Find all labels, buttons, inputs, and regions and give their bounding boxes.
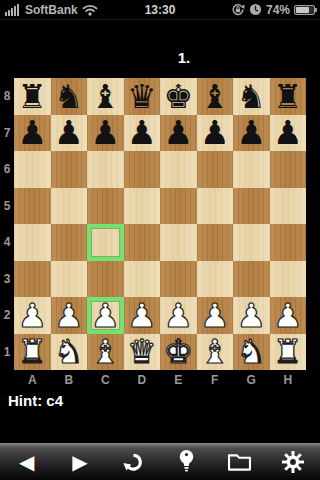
rank-labels: 87654321 — [0, 78, 14, 370]
settings-button[interactable] — [273, 446, 313, 478]
move-number: 1. — [0, 49, 320, 66]
rank-label-5: 5 — [0, 188, 14, 225]
alarm-clock-icon — [249, 3, 262, 16]
black-bishop[interactable]: ♝ — [90, 80, 120, 113]
white-pawn[interactable]: ♟ — [54, 299, 84, 332]
square-a4[interactable] — [14, 224, 51, 261]
white-knight[interactable]: ♞ — [54, 335, 84, 368]
white-pawn[interactable]: ♟ — [90, 299, 120, 332]
file-label-g: G — [233, 371, 270, 388]
square-a5[interactable] — [14, 188, 51, 225]
square-g2[interactable]: ♟ — [233, 297, 270, 334]
black-pawn[interactable]: ♟ — [273, 116, 303, 149]
square-a1[interactable]: ♜ — [14, 334, 51, 371]
square-f3[interactable] — [197, 261, 234, 298]
white-bishop[interactable]: ♝ — [90, 335, 120, 368]
square-e5[interactable] — [160, 188, 197, 225]
next-move-button[interactable]: ▶ — [60, 446, 100, 478]
status-left: SoftBank — [5, 3, 145, 17]
status-bar: SoftBank 13:30 — [0, 0, 320, 20]
next-move-icon: ▶ — [72, 452, 87, 472]
file-label-c: C — [87, 371, 124, 388]
square-d4[interactable] — [124, 224, 161, 261]
rank-label-4: 4 — [0, 224, 14, 261]
square-b5[interactable] — [51, 188, 88, 225]
black-rook[interactable]: ♜ — [273, 80, 303, 113]
square-d6[interactable] — [124, 151, 161, 188]
black-king[interactable]: ♚ — [163, 80, 193, 113]
square-a3[interactable] — [14, 261, 51, 298]
white-pawn[interactable]: ♟ — [17, 299, 47, 332]
black-knight[interactable]: ♞ — [236, 80, 266, 113]
file-label-f: F — [197, 371, 234, 388]
square-c4[interactable] — [87, 224, 124, 261]
black-knight[interactable]: ♞ — [54, 80, 84, 113]
square-b1[interactable]: ♞ — [51, 334, 88, 371]
status-right: 74% — [175, 3, 315, 17]
square-g4[interactable] — [233, 224, 270, 261]
previous-move-button[interactable]: ◀ — [7, 446, 47, 478]
black-pawn[interactable]: ♟ — [200, 116, 230, 149]
black-pawn[interactable]: ♟ — [127, 116, 157, 149]
white-queen[interactable]: ♛ — [127, 335, 157, 368]
square-b8[interactable]: ♞ — [51, 78, 88, 115]
white-rook[interactable]: ♜ — [273, 335, 303, 368]
square-d7[interactable]: ♟ — [124, 115, 161, 152]
rank-label-3: 3 — [0, 261, 14, 298]
carrier-label: SoftBank — [25, 3, 78, 17]
square-g8[interactable]: ♞ — [233, 78, 270, 115]
black-pawn[interactable]: ♟ — [90, 116, 120, 149]
square-c1[interactable]: ♝ — [87, 334, 124, 371]
square-c5[interactable] — [87, 188, 124, 225]
square-f1[interactable]: ♝ — [197, 334, 234, 371]
square-h3[interactable] — [270, 261, 307, 298]
square-h8[interactable]: ♜ — [270, 78, 307, 115]
square-b3[interactable] — [51, 261, 88, 298]
square-b4[interactable] — [51, 224, 88, 261]
square-e4[interactable] — [160, 224, 197, 261]
clock-time: 13:30 — [145, 3, 176, 17]
square-b7[interactable]: ♟ — [51, 115, 88, 152]
rank-label-6: 6 — [0, 151, 14, 188]
square-c3[interactable] — [87, 261, 124, 298]
white-king[interactable]: ♚ — [163, 335, 193, 368]
white-rook[interactable]: ♜ — [17, 335, 47, 368]
hint-button[interactable] — [167, 446, 207, 478]
file-label-b: B — [51, 371, 88, 388]
square-f5[interactable] — [197, 188, 234, 225]
square-g7[interactable]: ♟ — [233, 115, 270, 152]
square-a6[interactable] — [14, 151, 51, 188]
square-a8[interactable]: ♜ — [14, 78, 51, 115]
black-pawn[interactable]: ♟ — [54, 116, 84, 149]
rank-label-7: 7 — [0, 115, 14, 152]
signal-strength-icon — [5, 4, 19, 16]
square-c8[interactable]: ♝ — [87, 78, 124, 115]
square-g5[interactable] — [233, 188, 270, 225]
white-knight[interactable]: ♞ — [236, 335, 266, 368]
white-pawn[interactable]: ♟ — [200, 299, 230, 332]
square-h6[interactable] — [270, 151, 307, 188]
rank-label-8: 8 — [0, 78, 14, 115]
square-c2[interactable]: ♟ — [87, 297, 124, 334]
rank-label-1: 1 — [0, 334, 14, 371]
app-screen: SoftBank 13:30 — [0, 0, 320, 480]
black-pawn[interactable]: ♟ — [163, 116, 193, 149]
black-pawn[interactable]: ♟ — [236, 116, 266, 149]
white-pawn[interactable]: ♟ — [127, 299, 157, 332]
hint-label: Hint: c4 — [8, 392, 63, 409]
square-b6[interactable] — [51, 151, 88, 188]
square-e6[interactable] — [160, 151, 197, 188]
white-pawn[interactable]: ♟ — [273, 299, 303, 332]
white-bishop[interactable]: ♝ — [200, 335, 230, 368]
square-d8[interactable]: ♛ — [124, 78, 161, 115]
chess-board[interactable]: ♜♞♝♛♚♝♞♜♟♟♟♟♟♟♟♟♟♟♟♟♟♟♟♟♜♞♝♛♚♝♞♜ — [14, 78, 306, 370]
square-g6[interactable] — [233, 151, 270, 188]
square-a7[interactable]: ♟ — [14, 115, 51, 152]
previous-move-icon: ◀ — [19, 452, 34, 472]
light-bulb-icon — [178, 449, 195, 474]
file-labels: ABCDEFGH — [14, 371, 306, 388]
square-d2[interactable]: ♟ — [124, 297, 161, 334]
square-h2[interactable]: ♟ — [270, 297, 307, 334]
square-e3[interactable] — [160, 261, 197, 298]
file-label-e: E — [160, 371, 197, 388]
bottom-toolbar: ◀ ▶ — [0, 442, 320, 480]
square-f7[interactable]: ♟ — [197, 115, 234, 152]
folder-icon — [227, 452, 252, 472]
square-h5[interactable] — [270, 188, 307, 225]
square-e8[interactable]: ♚ — [160, 78, 197, 115]
square-h7[interactable]: ♟ — [270, 115, 307, 152]
white-pawn[interactable]: ♟ — [236, 299, 266, 332]
square-e7[interactable]: ♟ — [160, 115, 197, 152]
white-pawn[interactable]: ♟ — [163, 299, 193, 332]
square-h1[interactable]: ♜ — [270, 334, 307, 371]
games-folder-button[interactable] — [220, 446, 260, 478]
square-b2[interactable]: ♟ — [51, 297, 88, 334]
wifi-icon — [82, 4, 98, 16]
black-pawn[interactable]: ♟ — [17, 116, 47, 149]
battery-percent-label: 74% — [266, 3, 290, 17]
square-h4[interactable] — [270, 224, 307, 261]
square-f8[interactable]: ♝ — [197, 78, 234, 115]
rank-label-2: 2 — [0, 297, 14, 334]
square-d3[interactable] — [124, 261, 161, 298]
file-label-h: H — [270, 371, 307, 388]
battery-icon — [294, 5, 315, 15]
square-c7[interactable]: ♟ — [87, 115, 124, 152]
square-d1[interactable]: ♛ — [124, 334, 161, 371]
square-f2[interactable]: ♟ — [197, 297, 234, 334]
replay-button[interactable] — [113, 446, 153, 478]
black-rook[interactable]: ♜ — [17, 80, 47, 113]
rotation-lock-icon — [231, 3, 245, 16]
black-bishop[interactable]: ♝ — [200, 80, 230, 113]
square-e2[interactable]: ♟ — [160, 297, 197, 334]
file-label-a: A — [14, 371, 51, 388]
square-f6[interactable] — [197, 151, 234, 188]
gear-icon — [281, 450, 305, 474]
black-queen[interactable]: ♛ — [127, 80, 157, 113]
square-a2[interactable]: ♟ — [14, 297, 51, 334]
square-c6[interactable] — [87, 151, 124, 188]
square-g3[interactable] — [233, 261, 270, 298]
file-label-d: D — [124, 371, 161, 388]
square-d5[interactable] — [124, 188, 161, 225]
square-g1[interactable]: ♞ — [233, 334, 270, 371]
replay-arrow-icon — [122, 450, 145, 474]
square-f4[interactable] — [197, 224, 234, 261]
square-e1[interactable]: ♚ — [160, 334, 197, 371]
